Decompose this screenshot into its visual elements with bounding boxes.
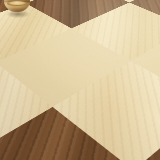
chessboard-photo xyxy=(0,0,160,160)
chess-piece-ring-detail xyxy=(7,1,27,6)
